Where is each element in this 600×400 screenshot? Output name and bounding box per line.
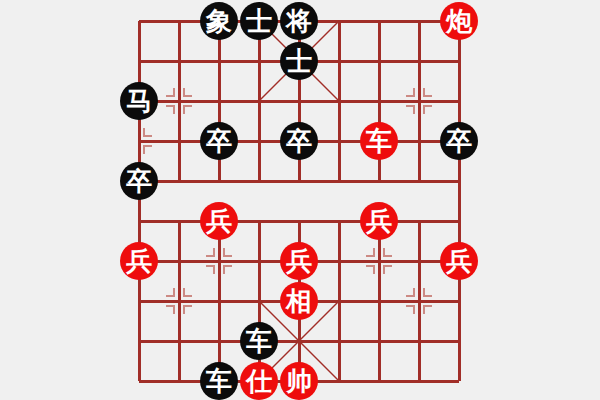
- piece-red-pawn[interactable]: 兵: [360, 202, 398, 240]
- piece-red-king[interactable]: 帅: [280, 362, 318, 400]
- piece-red-elephant[interactable]: 相: [280, 282, 318, 320]
- piece-black-pawn[interactable]: 卒: [280, 122, 318, 160]
- xiangqi-board[interactable]: 象士将炮士马卒卒车卒卒兵兵兵兵兵相车车仕帅: [119, 1, 479, 400]
- piece-red-advisor[interactable]: 仕: [240, 362, 278, 400]
- piece-red-chariot[interactable]: 车: [360, 122, 398, 160]
- piece-black-chariot[interactable]: 车: [240, 322, 278, 360]
- piece-black-advisor[interactable]: 士: [240, 2, 278, 40]
- piece-red-cannon[interactable]: 炮: [440, 2, 478, 40]
- piece-black-pawn[interactable]: 卒: [200, 122, 238, 160]
- piece-black-horse[interactable]: 马: [120, 82, 158, 120]
- piece-black-king[interactable]: 将: [280, 2, 318, 40]
- piece-black-advisor[interactable]: 士: [280, 42, 318, 80]
- piece-red-pawn[interactable]: 兵: [200, 202, 238, 240]
- piece-black-pawn[interactable]: 卒: [120, 162, 158, 200]
- piece-red-pawn[interactable]: 兵: [440, 242, 478, 280]
- piece-red-pawn[interactable]: 兵: [280, 242, 318, 280]
- piece-red-pawn[interactable]: 兵: [120, 242, 158, 280]
- piece-black-chariot[interactable]: 车: [200, 362, 238, 400]
- piece-black-pawn[interactable]: 卒: [440, 122, 478, 160]
- xiangqi-app-canvas: 象士将炮士马卒卒车卒卒兵兵兵兵兵相车车仕帅: [0, 0, 600, 400]
- piece-black-elephant[interactable]: 象: [200, 2, 238, 40]
